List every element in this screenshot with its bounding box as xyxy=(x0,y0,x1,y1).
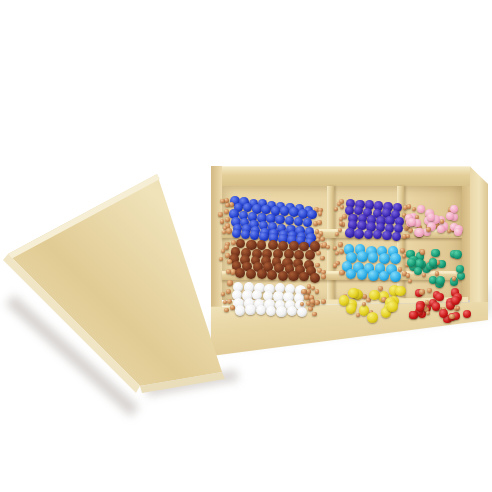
bead xyxy=(435,293,443,301)
bead xyxy=(409,311,418,320)
bead xyxy=(426,311,430,315)
bead xyxy=(425,300,430,305)
bead xyxy=(427,288,432,293)
bead xyxy=(432,302,441,311)
bead xyxy=(451,296,460,305)
product-photo xyxy=(0,0,492,492)
bead xyxy=(456,306,460,310)
bead xyxy=(449,314,455,320)
bead xyxy=(463,310,471,318)
bead xyxy=(416,303,425,312)
bead xyxy=(419,289,425,295)
